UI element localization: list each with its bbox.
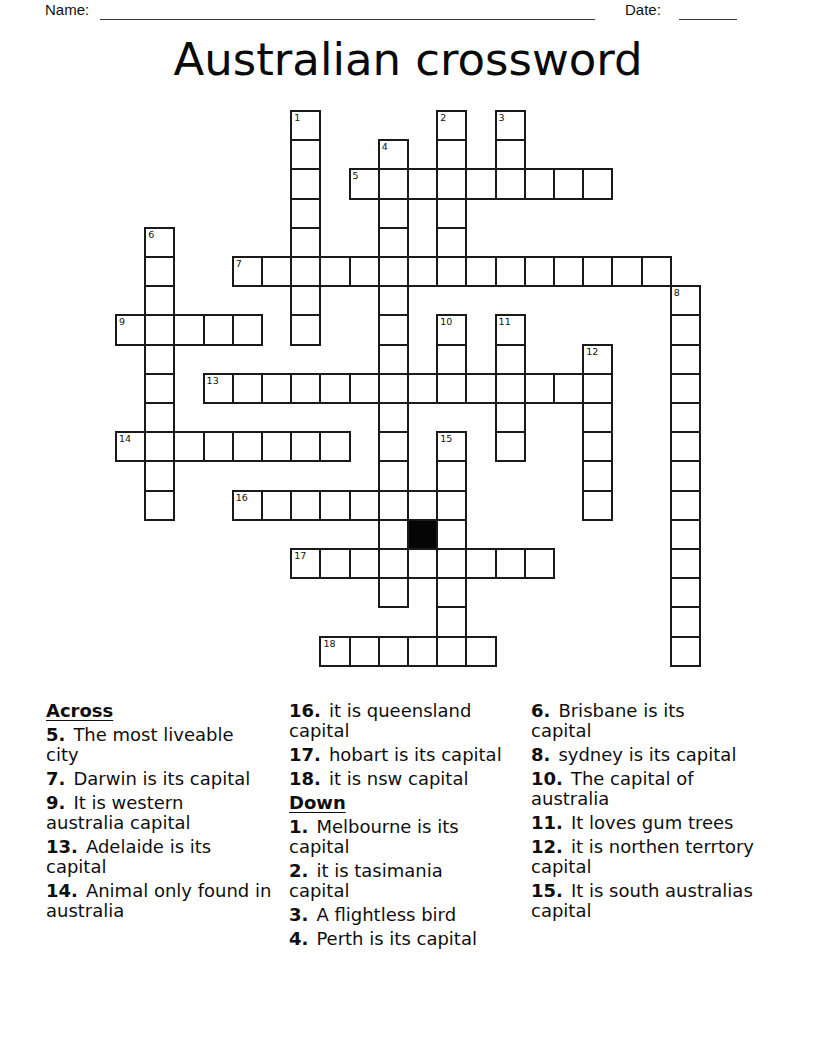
- cell-r12c16[interactable]: [582, 460, 613, 491]
- name-label: Name:: [45, 1, 89, 19]
- clue-number-label: 10.: [531, 768, 563, 789]
- cell-r12c11[interactable]: [436, 460, 467, 491]
- cell-r5c15[interactable]: [553, 256, 584, 287]
- clue-number-label: 4.: [289, 928, 308, 949]
- cell-r10c13[interactable]: [495, 402, 526, 433]
- cell-r9c13[interactable]: [495, 373, 526, 404]
- cell-r10c9[interactable]: [378, 402, 409, 433]
- cell-r9c8[interactable]: [349, 373, 380, 404]
- cell-r11c13[interactable]: [495, 431, 526, 462]
- cell-r18c9[interactable]: [378, 636, 409, 667]
- clue-number-label: 14.: [46, 880, 78, 901]
- clue-column-middle: 16.it is queensland capital17.hobart is …: [289, 701, 527, 953]
- clue-number-17: 17: [294, 550, 306, 561]
- cell-r9c1[interactable]: [144, 373, 175, 404]
- clue-text: The most liveable city: [46, 724, 234, 765]
- cell-r5c5[interactable]: [261, 256, 292, 287]
- cell-r7c13[interactable]: 11: [495, 314, 526, 345]
- clue-number-label: 13.: [46, 836, 78, 857]
- cell-r11c0[interactable]: 14: [115, 431, 146, 462]
- cell-r9c10[interactable]: [407, 373, 438, 404]
- worksheet-page: Name: Date: Australian crossword 1234567…: [0, 0, 816, 1056]
- clue-text: it is northen terrtory capital: [531, 836, 754, 877]
- cell-r18c10[interactable]: [407, 636, 438, 667]
- cell-r15c19[interactable]: [670, 548, 701, 579]
- cell-r13c19[interactable]: [670, 490, 701, 521]
- cell-r9c5[interactable]: [261, 373, 292, 404]
- clue-3: 3.A flightless bird: [289, 905, 527, 925]
- cell-r14c11[interactable]: [436, 519, 467, 550]
- cell-r14c19[interactable]: [670, 519, 701, 550]
- cell-r17c19[interactable]: [670, 606, 701, 637]
- cell-r6c19[interactable]: 8: [670, 285, 701, 316]
- cell-r5c18[interactable]: [641, 256, 672, 287]
- cell-r5c7[interactable]: [319, 256, 350, 287]
- cell-r0c11[interactable]: 2: [436, 110, 467, 141]
- clue-number-7: 7: [236, 258, 242, 269]
- clue-text: it is tasimania capital: [289, 860, 443, 901]
- cell-r11c5[interactable]: [261, 431, 292, 462]
- cell-r8c13[interactable]: [495, 344, 526, 375]
- cell-r11c16[interactable]: [582, 431, 613, 462]
- crossword-grid: 123456789101112131415161718: [115, 110, 703, 669]
- cell-r13c1[interactable]: [144, 490, 175, 521]
- cell-r13c10[interactable]: [407, 490, 438, 521]
- clue-7: 7.Darwin is its capital: [46, 769, 284, 789]
- clue-text: Perth is its capital: [316, 928, 477, 949]
- cell-r9c4[interactable]: [232, 373, 263, 404]
- cell-r13c16[interactable]: [582, 490, 613, 521]
- clue-text: It is south australias capital: [531, 880, 753, 921]
- clue-text: It loves gum trees: [571, 812, 734, 833]
- cell-r11c3[interactable]: [203, 431, 234, 462]
- cell-r11c2[interactable]: [173, 431, 204, 462]
- clue-text: Darwin is its capital: [73, 768, 250, 789]
- cell-r9c19[interactable]: [670, 373, 701, 404]
- cell-r2c11[interactable]: [436, 168, 467, 199]
- cell-r14c9[interactable]: [378, 519, 409, 550]
- cell-r5c11[interactable]: [436, 256, 467, 287]
- clue-number-label: 11.: [531, 812, 563, 833]
- clue-6: 6.Brisbane is its capital: [531, 701, 769, 741]
- cell-r9c14[interactable]: [524, 373, 555, 404]
- cell-r8c16[interactable]: 12: [582, 344, 613, 375]
- cell-r5c13[interactable]: [495, 256, 526, 287]
- clue-number-label: 12.: [531, 836, 563, 857]
- clue-text: It is western australia capital: [46, 792, 191, 833]
- clue-8: 8.sydney is its capital: [531, 745, 769, 765]
- cell-r6c9[interactable]: [378, 285, 409, 316]
- clue-number-13: 13: [207, 375, 219, 386]
- clue-number-label: 3.: [289, 904, 308, 925]
- cell-r9c12[interactable]: [465, 373, 496, 404]
- clue-number-label: 17.: [289, 744, 321, 765]
- cell-r7c4[interactable]: [232, 314, 263, 345]
- clue-number-14: 14: [119, 433, 131, 444]
- cell-r5c1[interactable]: [144, 256, 175, 287]
- cell-r2c12[interactable]: [465, 168, 496, 199]
- cell-r2c9[interactable]: [378, 168, 409, 199]
- cell-r1c9[interactable]: 4: [378, 139, 409, 170]
- cell-r17c11[interactable]: [436, 606, 467, 637]
- clue-16: 16.it is queensland capital: [289, 701, 527, 741]
- cell-r2c16[interactable]: [582, 168, 613, 199]
- clue-number-6: 6: [148, 229, 154, 240]
- cell-r11c11[interactable]: 15: [436, 431, 467, 462]
- cell-r2c15[interactable]: [553, 168, 584, 199]
- cell-r5c10[interactable]: [407, 256, 438, 287]
- clue-number-label: 18.: [289, 768, 321, 789]
- cell-r11c7[interactable]: [319, 431, 350, 462]
- cell-r0c6[interactable]: 1: [290, 110, 321, 141]
- clue-text: Melbourne is its capital: [289, 816, 459, 857]
- clue-number-18: 18: [323, 638, 335, 649]
- clue-text: A flightless bird: [316, 904, 456, 925]
- black-cell-r14c10: [407, 519, 438, 550]
- clue-18: 18.it is nsw capital: [289, 769, 527, 789]
- cell-r2c13[interactable]: [495, 168, 526, 199]
- cell-r3c6[interactable]: [290, 198, 321, 229]
- clue-number-4: 4: [382, 141, 388, 152]
- cell-r9c11[interactable]: [436, 373, 467, 404]
- cell-r5c4[interactable]: 7: [232, 256, 263, 287]
- cell-r15c9[interactable]: [378, 548, 409, 579]
- clue-text: Animal only found in australia: [46, 880, 271, 921]
- clue-2: 2.it is tasimania capital: [289, 861, 527, 901]
- cell-r18c11[interactable]: [436, 636, 467, 667]
- cell-r10c1[interactable]: [144, 402, 175, 433]
- cell-r6c6[interactable]: [290, 285, 321, 316]
- cell-r15c10[interactable]: [407, 548, 438, 579]
- cell-r2c6[interactable]: [290, 168, 321, 199]
- cell-r11c19[interactable]: [670, 431, 701, 462]
- clue-number-8: 8: [674, 287, 680, 298]
- clue-4: 4.Perth is its capital: [289, 929, 527, 949]
- clue-number-label: 6.: [531, 700, 550, 721]
- cell-r11c6[interactable]: [290, 431, 321, 462]
- cell-r4c6[interactable]: [290, 227, 321, 258]
- clue-14: 14.Animal only found in australia: [46, 881, 284, 921]
- date-label: Date:: [625, 1, 661, 19]
- cell-r5c16[interactable]: [582, 256, 613, 287]
- clue-number-label: 7.: [46, 768, 65, 789]
- cell-r11c1[interactable]: [144, 431, 175, 462]
- cell-r13c4[interactable]: 16: [232, 490, 263, 521]
- clue-number-11: 11: [499, 316, 511, 327]
- clue-number-15: 15: [440, 433, 452, 444]
- cell-r9c15[interactable]: [553, 373, 584, 404]
- cell-r13c9[interactable]: [378, 490, 409, 521]
- cell-r1c6[interactable]: [290, 139, 321, 170]
- clue-column-right: 6.Brisbane is its capital8.sydney is its…: [531, 701, 769, 925]
- cell-r13c11[interactable]: [436, 490, 467, 521]
- cell-r8c9[interactable]: [378, 344, 409, 375]
- clue-15: 15.It is south australias capital: [531, 881, 769, 921]
- cell-r11c9[interactable]: [378, 431, 409, 462]
- date-blank-line[interactable]: [679, 2, 737, 20]
- cell-r3c9[interactable]: [378, 198, 409, 229]
- clue-11: 11.It loves gum trees: [531, 813, 769, 833]
- cell-r12c9[interactable]: [378, 460, 409, 491]
- clue-number-label: 15.: [531, 880, 563, 901]
- cell-r4c11[interactable]: [436, 227, 467, 258]
- cell-r13c6[interactable]: [290, 490, 321, 521]
- clue-text: Brisbane is its capital: [531, 700, 685, 741]
- clues-heading-across: Across: [46, 701, 284, 721]
- clue-number-3: 3: [499, 112, 505, 123]
- cell-r16c19[interactable]: [670, 577, 701, 608]
- cell-r2c8[interactable]: 5: [349, 168, 380, 199]
- cell-r15c13[interactable]: [495, 548, 526, 579]
- clue-text: hobart is its capital: [329, 744, 502, 765]
- clue-17: 17.hobart is its capital: [289, 745, 527, 765]
- clue-9: 9.It is western australia capital: [46, 793, 284, 833]
- cell-r13c7[interactable]: [319, 490, 350, 521]
- cell-r9c16[interactable]: [582, 373, 613, 404]
- cell-r5c9[interactable]: [378, 256, 409, 287]
- cell-r7c1[interactable]: [144, 314, 175, 345]
- cell-r15c7[interactable]: [319, 548, 350, 579]
- cell-r7c19[interactable]: [670, 314, 701, 345]
- cell-r5c12[interactable]: [465, 256, 496, 287]
- cell-r7c2[interactable]: [173, 314, 204, 345]
- clue-13: 13.Adelaide is its capital: [46, 837, 284, 877]
- cell-r2c10[interactable]: [407, 168, 438, 199]
- clue-number-label: 16.: [289, 700, 321, 721]
- clue-number-label: 2.: [289, 860, 308, 881]
- name-blank-line[interactable]: [100, 2, 595, 20]
- cell-r0c13[interactable]: 3: [495, 110, 526, 141]
- cell-r8c19[interactable]: [670, 344, 701, 375]
- cell-r7c9[interactable]: [378, 314, 409, 345]
- cell-r15c11[interactable]: [436, 548, 467, 579]
- cell-r7c6[interactable]: [290, 314, 321, 345]
- cell-r16c9[interactable]: [378, 577, 409, 608]
- cell-r9c9[interactable]: [378, 373, 409, 404]
- clue-column-across: Across5.The most liveable city7.Darwin i…: [46, 701, 284, 925]
- clue-number-label: 5.: [46, 724, 65, 745]
- cell-r8c11[interactable]: [436, 344, 467, 375]
- clue-number-12: 12: [586, 346, 598, 357]
- cell-r1c13[interactable]: [495, 139, 526, 170]
- cell-r5c8[interactable]: [349, 256, 380, 287]
- cell-r18c12[interactable]: [465, 636, 496, 667]
- clue-12: 12.it is northen terrtory capital: [531, 837, 769, 877]
- cell-r7c11[interactable]: 10: [436, 314, 467, 345]
- cell-r18c8[interactable]: [349, 636, 380, 667]
- cell-r5c14[interactable]: [524, 256, 555, 287]
- cell-r2c14[interactable]: [524, 168, 555, 199]
- cell-r10c16[interactable]: [582, 402, 613, 433]
- clue-number-label: 8.: [531, 744, 550, 765]
- clue-text: it is nsw capital: [329, 768, 469, 789]
- cell-r12c19[interactable]: [670, 460, 701, 491]
- clue-number-label: 9.: [46, 792, 65, 813]
- cell-r15c8[interactable]: [349, 548, 380, 579]
- cell-r11c4[interactable]: [232, 431, 263, 462]
- cell-r13c8[interactable]: [349, 490, 380, 521]
- cell-r3c11[interactable]: [436, 198, 467, 229]
- clue-number-label: 1.: [289, 816, 308, 837]
- clue-1: 1.Melbourne is its capital: [289, 817, 527, 857]
- cell-r9c3[interactable]: 13: [203, 373, 234, 404]
- cell-r15c6[interactable]: 17: [290, 548, 321, 579]
- page-title: Australian crossword: [0, 33, 816, 86]
- cell-r4c1[interactable]: 6: [144, 227, 175, 258]
- clue-number-5: 5: [353, 170, 359, 181]
- cell-r8c1[interactable]: [144, 344, 175, 375]
- cell-r4c9[interactable]: [378, 227, 409, 258]
- cell-r9c7[interactable]: [319, 373, 350, 404]
- clues-heading-down: Down: [289, 793, 527, 813]
- clue-number-1: 1: [294, 112, 300, 123]
- clue-number-10: 10: [440, 316, 452, 327]
- cell-r15c14[interactable]: [524, 548, 555, 579]
- clue-10: 10.The capital of australia: [531, 769, 769, 809]
- cell-r7c3[interactable]: [203, 314, 234, 345]
- cell-r7c0[interactable]: 9: [115, 314, 146, 345]
- cell-r16c11[interactable]: [436, 577, 467, 608]
- cell-r5c6[interactable]: [290, 256, 321, 287]
- cell-r12c1[interactable]: [144, 460, 175, 491]
- cell-r9c6[interactable]: [290, 373, 321, 404]
- cell-r6c1[interactable]: [144, 285, 175, 316]
- clue-number-16: 16: [236, 492, 248, 503]
- clue-text: sydney is its capital: [558, 744, 736, 765]
- clue-5: 5.The most liveable city: [46, 725, 284, 765]
- cell-r13c5[interactable]: [261, 490, 292, 521]
- cell-r10c19[interactable]: [670, 402, 701, 433]
- cell-r1c11[interactable]: [436, 139, 467, 170]
- cell-r15c12[interactable]: [465, 548, 496, 579]
- cell-r18c19[interactable]: [670, 636, 701, 667]
- cell-r18c7[interactable]: 18: [319, 636, 350, 667]
- clue-number-9: 9: [119, 316, 125, 327]
- clue-number-2: 2: [440, 112, 446, 123]
- cell-r5c17[interactable]: [611, 256, 642, 287]
